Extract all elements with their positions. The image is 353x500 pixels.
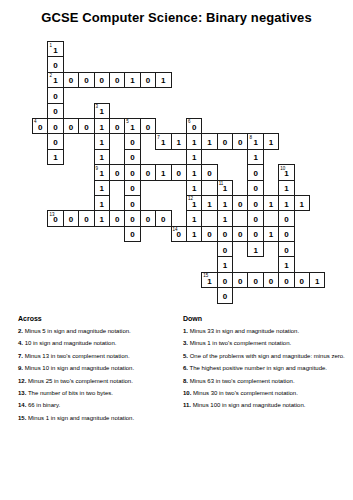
clue-number-label: 1 — [49, 43, 52, 48]
grid-cell: 1 — [186, 133, 202, 149]
grid-cell: 0 — [109, 72, 125, 88]
grid-cell: 0 — [171, 164, 187, 180]
grid-cell: 0 — [232, 226, 248, 242]
clue-number-label: 8 — [249, 135, 252, 140]
crossword-page: GCSE Computer Science: Binary negatives … — [0, 0, 353, 500]
grid-cell: 0 — [232, 133, 248, 149]
grid-cell: 1 — [263, 226, 279, 242]
grid-cell: 0 — [232, 272, 248, 288]
across-clue: 15. Minus 1 in sign and magnitude notati… — [18, 414, 176, 422]
grid-cell: 0 — [47, 87, 63, 103]
grid-cell: 1 — [278, 195, 294, 211]
grid-cell: 0 — [47, 103, 63, 119]
grid-cell: 0 — [140, 164, 156, 180]
grid-cell: 1 — [217, 256, 233, 272]
grid-cell: 1 — [186, 180, 202, 196]
clue-number-label: 3 — [96, 104, 99, 109]
grid-cell: 0 — [247, 210, 263, 226]
grid-cell: 0 — [278, 226, 294, 242]
grid-cell: 0 — [124, 149, 140, 165]
grid-cell: 1 — [171, 133, 187, 149]
grid-cell: 0 — [247, 195, 263, 211]
grid-cell: 11 — [47, 41, 63, 57]
grid-cell: 1 — [201, 133, 217, 149]
grid-cell: 81 — [247, 133, 263, 149]
across-clue: 9. Minus 10 in sign and magnitude notati… — [18, 364, 176, 372]
grid-cell: 1 — [263, 195, 279, 211]
grid-cell: 0 — [217, 133, 233, 149]
grid-cell: 1 — [155, 72, 171, 88]
grid-cell: 0 — [124, 210, 140, 226]
grid-cell: 1 — [278, 180, 294, 196]
grid-cell: 1 — [217, 210, 233, 226]
grid-cell: 1 — [186, 164, 202, 180]
grid-cell: 0 — [124, 133, 140, 149]
across-clue: 14. 66 in binary. — [18, 401, 176, 409]
grid-cell: 0 — [140, 118, 156, 134]
clue-number-label: 15 — [203, 273, 208, 278]
clue-number-label: 11 — [219, 181, 224, 186]
grid-cell: 0 — [109, 210, 125, 226]
grid-cell: 0 — [247, 272, 263, 288]
clue-number-label: 9 — [96, 166, 99, 171]
clue-number-label: 4 — [34, 119, 37, 124]
grid-cell: 0 — [217, 226, 233, 242]
grid-cell: 0 — [201, 226, 217, 242]
across-clue: 7. Minus 13 in two's complement notation… — [18, 352, 176, 360]
grid-cell: 1 — [94, 210, 110, 226]
grid-cell: 0 — [124, 180, 140, 196]
grid-cell: 0 — [155, 210, 171, 226]
clue-number-label: 12 — [188, 196, 193, 201]
grid-cell: 0 — [124, 164, 140, 180]
grid-cell: 1 — [94, 118, 110, 134]
clue-number-label: 14 — [173, 227, 178, 232]
grid-cell: 0 — [232, 195, 248, 211]
down-clue-list: 1. Minus 33 in sign and magnitude notati… — [183, 327, 345, 409]
grid-cell: 1 — [309, 272, 325, 288]
grid-cell: 0 — [217, 241, 233, 257]
grid-cell: 1 — [186, 149, 202, 165]
grid-cell: 1 — [263, 133, 279, 149]
grid-cell: 0 — [78, 210, 94, 226]
grid-cell: 1 — [94, 195, 110, 211]
grid-cell: 1 — [94, 180, 110, 196]
grid-cell: 0 — [140, 72, 156, 88]
grid-cell: 101 — [278, 164, 294, 180]
grid-cell: 0 — [47, 133, 63, 149]
grid-cell: 0 — [124, 226, 140, 242]
grid-cell: 0 — [278, 210, 294, 226]
grid-cell: 0 — [263, 272, 279, 288]
grid-cell: 0 — [63, 72, 79, 88]
clue-number-label: 5 — [126, 119, 129, 124]
grid-cell: 1 — [278, 256, 294, 272]
grid-cell: 1 — [94, 149, 110, 165]
grid-cell: 0 — [247, 226, 263, 242]
grid-cell: 1 — [155, 164, 171, 180]
grid-cell: 111 — [217, 180, 233, 196]
grid-cell: 1 — [201, 195, 217, 211]
down-clue: 6. The highest positive number in sign a… — [183, 364, 345, 372]
grid-cell: 1 — [186, 210, 202, 226]
grid-cell: 0 — [47, 118, 63, 134]
grid-cell: 0 — [109, 164, 125, 180]
across-clue: 13. The number of bits in two bytes. — [18, 389, 176, 397]
grid-cell: 0 — [294, 272, 310, 288]
clue-number-label: 10 — [280, 166, 285, 171]
grid-cell: 0 — [94, 72, 110, 88]
clue-number-label: 6 — [188, 119, 191, 124]
down-clue: 5. One of the problems with sign and mag… — [183, 352, 345, 360]
across-clue: 4. 10 in sign and magnitude notation. — [18, 339, 176, 347]
grid-cell: 0 — [124, 195, 140, 211]
down-clue: 1. Minus 33 in sign and magnitude notati… — [183, 327, 345, 335]
grid-cell: 40 — [32, 118, 48, 134]
grid-cell: 0 — [201, 164, 217, 180]
grid-cell: 0 — [278, 272, 294, 288]
grid-cell: 0 — [78, 118, 94, 134]
clue-number-label: 2 — [49, 73, 52, 78]
grid-cell: 0 — [217, 272, 233, 288]
grid-cell: 0 — [63, 210, 79, 226]
grid-cell: 0 — [78, 72, 94, 88]
grid-cell: 0 — [278, 241, 294, 257]
grid-cell: 1 — [94, 133, 110, 149]
down-heading: Down — [183, 315, 345, 323]
grid-cell: 151 — [201, 272, 217, 288]
grid-cell: 60 — [186, 118, 202, 134]
across-clue: 12. Minus 25 in two's complement notatio… — [18, 377, 176, 385]
grid-cell: 21 — [47, 72, 63, 88]
grid-cell: 0 — [63, 118, 79, 134]
page-title: GCSE Computer Science: Binary negatives — [0, 10, 353, 25]
clue-number-label: 13 — [49, 212, 54, 217]
grid-cell: 121 — [186, 195, 202, 211]
grid-cell: 91 — [94, 164, 110, 180]
grid-cell: 140 — [171, 226, 187, 242]
across-clue-list: 2. Minus 5 in sign and magnitude notatio… — [18, 327, 176, 422]
across-clue: 2. Minus 5 in sign and magnitude notatio… — [18, 327, 176, 335]
grid-cell: 0 — [217, 287, 233, 303]
grid-cell: 1 — [217, 195, 233, 211]
grid-cell: 0 — [140, 210, 156, 226]
grid-cell: 1 — [294, 195, 310, 211]
grid-cell: 0 — [47, 56, 63, 72]
grid-cell: 0 — [247, 180, 263, 196]
grid-cell: 130 — [47, 210, 63, 226]
down-clues: Down 1. Minus 33 in sign and magnitude n… — [183, 315, 345, 414]
down-clue: 11. Minus 100 in sign and magnitude nota… — [183, 401, 345, 409]
grid-cell: 1 — [247, 149, 263, 165]
across-clues: Across 2. Minus 5 in sign and magnitude … — [18, 315, 176, 426]
grid-cell: 1 — [186, 226, 202, 242]
grid-cell: 1 — [47, 149, 63, 165]
grid-cell: 71 — [155, 133, 171, 149]
across-heading: Across — [18, 315, 176, 323]
down-clue: 8. Minus 63 in two's complement notation… — [183, 377, 345, 385]
grid-cell: 1 — [247, 241, 263, 257]
clue-number-label: 7 — [157, 135, 160, 140]
grid-cell: 31 — [94, 103, 110, 119]
grid-cell: 0 — [109, 118, 125, 134]
crossword-grid: 1102100001010031400001051060010711110081… — [32, 41, 324, 303]
grid-cell: 1 — [124, 72, 140, 88]
grid-cell: 51 — [124, 118, 140, 134]
grid-cell: 0 — [247, 164, 263, 180]
down-clue: 10. Minus 30 in two's complement notatio… — [183, 389, 345, 397]
down-clue: 3. Minus 1 in two's complement notation. — [183, 339, 345, 347]
